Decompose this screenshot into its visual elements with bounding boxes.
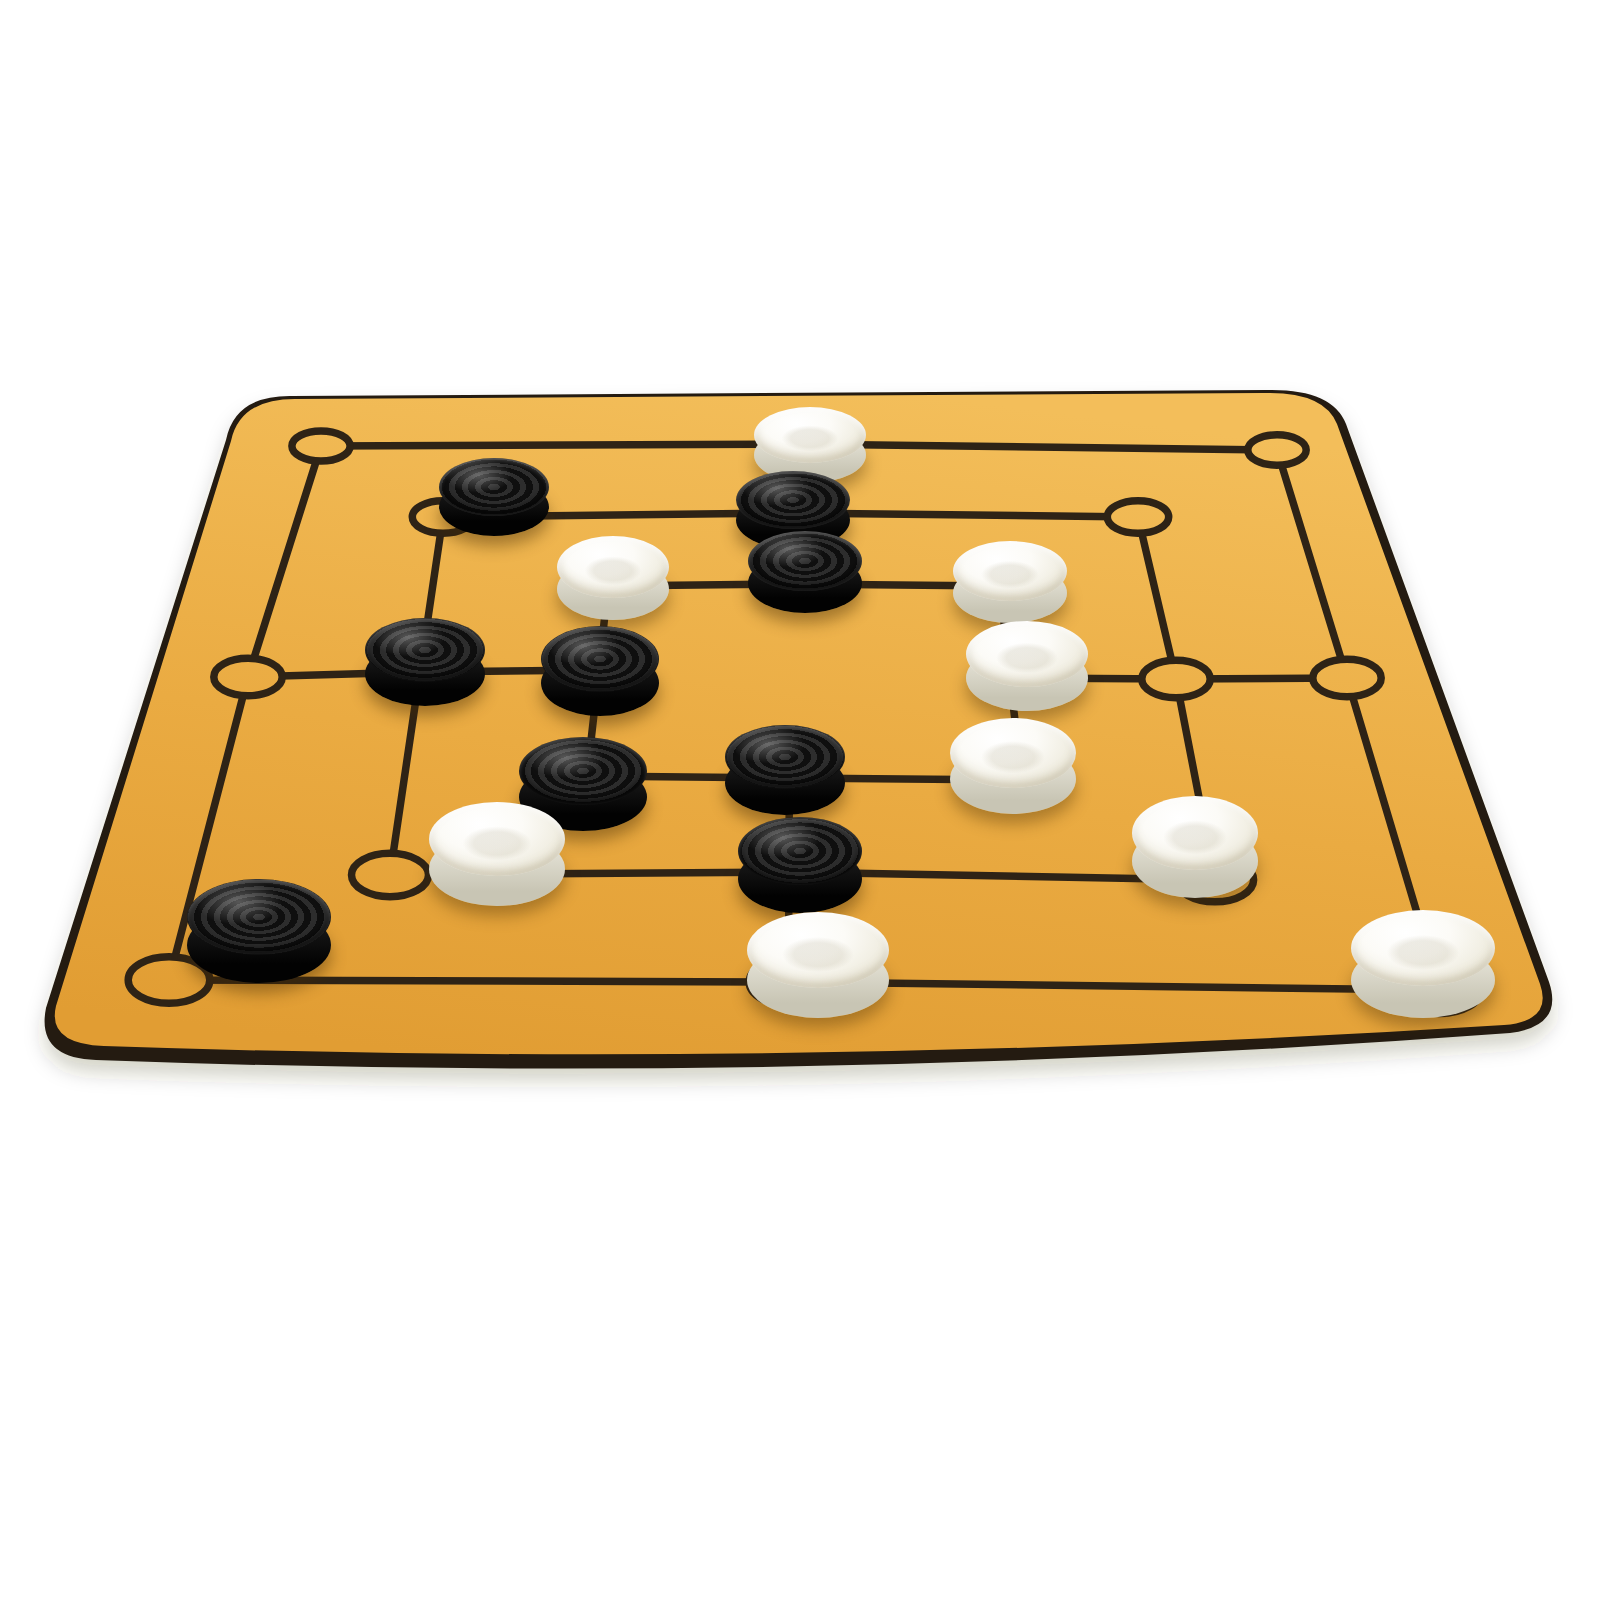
black-piece-face xyxy=(738,817,862,885)
point-b2[interactable] xyxy=(352,853,429,896)
black-piece-face xyxy=(736,471,850,529)
black-piece-d5[interactable] xyxy=(748,531,862,613)
white-piece-face xyxy=(1132,796,1258,870)
white-piece-c5[interactable] xyxy=(557,536,669,620)
point-g7[interactable] xyxy=(1248,435,1306,465)
white-piece-face xyxy=(754,407,866,463)
black-piece-face xyxy=(365,618,485,682)
black-piece-face xyxy=(519,737,647,805)
white-piece-b2[interactable] xyxy=(429,802,565,906)
white-piece-face xyxy=(950,718,1076,788)
white-piece-face xyxy=(557,536,669,598)
black-piece-face xyxy=(748,531,862,591)
white-piece-face xyxy=(953,541,1067,601)
white-piece-face xyxy=(1351,910,1495,986)
white-piece-face xyxy=(747,912,889,988)
white-piece-face xyxy=(429,802,565,876)
black-piece-d2[interactable] xyxy=(738,817,862,913)
photo-scene xyxy=(0,0,1600,1600)
point-a4[interactable] xyxy=(214,658,282,695)
black-piece-a1[interactable] xyxy=(187,879,331,983)
black-piece-b6[interactable] xyxy=(439,458,549,536)
black-piece-c4[interactable] xyxy=(541,626,659,716)
white-piece-e4[interactable] xyxy=(966,621,1088,711)
white-piece-f2[interactable] xyxy=(1132,796,1258,898)
black-piece-b4[interactable] xyxy=(365,618,485,706)
black-piece-face xyxy=(725,725,845,789)
white-piece-e3[interactable] xyxy=(950,718,1076,814)
black-piece-face xyxy=(541,626,659,692)
point-f4[interactable] xyxy=(1142,660,1210,697)
white-piece-e5[interactable] xyxy=(953,541,1067,623)
black-piece-face xyxy=(439,458,549,516)
white-piece-d1[interactable] xyxy=(747,912,889,1018)
black-piece-d3[interactable] xyxy=(725,725,845,815)
white-piece-face xyxy=(966,621,1088,687)
white-piece-g1[interactable] xyxy=(1351,910,1495,1018)
point-g4[interactable] xyxy=(1313,659,1381,696)
point-f6[interactable] xyxy=(1107,501,1168,533)
point-a7[interactable] xyxy=(292,431,350,461)
black-piece-face xyxy=(187,879,331,955)
